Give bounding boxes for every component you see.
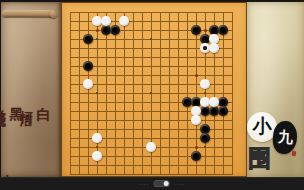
go-board: ●●●●●●●●●●●●●●●●●●●●●●●●●●●●●●●●: [61, 2, 247, 177]
scroll-roller-knob: [49, 9, 58, 18]
toggle-knob: [164, 181, 169, 186]
last-move-marker: [203, 46, 206, 49]
black-stone: ●: [218, 106, 228, 116]
brand-seal: 九: [271, 120, 299, 156]
red-marker: [195, 146, 198, 149]
black-stone: ●: [83, 61, 93, 71]
white-player-column: 白 柯洁 九段: [33, 22, 53, 169]
white-stone: ●: [101, 16, 111, 26]
white-stone: ●: [92, 151, 102, 161]
scroll-roller: [2, 10, 54, 17]
white-player-rank: 九段: [0, 163, 17, 169]
white-stone: ●: [92, 133, 102, 143]
white-stone: ●: [83, 79, 93, 89]
brand-panel: 小 九 围: [247, 2, 304, 177]
black-stone: ●: [110, 25, 120, 35]
red-marker: [96, 29, 99, 32]
playback-right-label: ····: [175, 181, 185, 187]
black-stone: ●: [218, 25, 228, 35]
red-marker: [204, 29, 207, 32]
playback-left-label: ····: [139, 181, 149, 187]
playback-toggle[interactable]: [154, 180, 170, 187]
playback-bar: ···· ····: [0, 177, 304, 190]
white-stone: ●: [209, 43, 219, 53]
black-player-column: 黑 党毅飞 九段: [6, 22, 26, 169]
white-stone: ●: [146, 142, 156, 152]
brand-seal-char: 九: [277, 128, 293, 148]
white-stone: ●: [191, 115, 201, 125]
white-stone: ●: [200, 79, 210, 89]
black-stone: ●: [191, 25, 201, 35]
black-stone: ●: [191, 151, 201, 161]
black-stone: ●: [83, 34, 93, 44]
white-stone: ●: [209, 97, 219, 107]
brand-red-seal: [292, 151, 297, 157]
red-marker: [195, 74, 198, 77]
player-panel: 黑 党毅飞 九段 白 柯洁 九段: [1, 2, 61, 177]
white-player-name: 柯洁: [17, 99, 35, 105]
playback-controls: ···· ····: [139, 177, 186, 190]
white-stone: ●: [119, 16, 129, 26]
brand-outline-text: 围: [248, 143, 269, 174]
black-stone: ●: [200, 133, 210, 143]
video-frame: 黑 党毅飞 九段 白 柯洁 九段 ●●●●●●●●●●●●●●●●●●●●●●●…: [0, 0, 304, 190]
brand-circle-char: 小: [253, 114, 272, 140]
black-player-name: 党毅飞: [0, 98, 8, 107]
